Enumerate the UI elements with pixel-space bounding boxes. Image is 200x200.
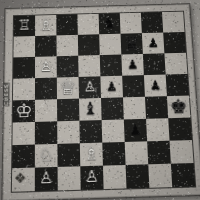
square-e3 [57, 99, 79, 122]
piece-white-rook-a1: ♖ [18, 18, 31, 32]
square-h5 [103, 165, 127, 189]
piece-white-pawn-c2: ♙ [40, 59, 52, 73]
square-b6: ♛ [121, 33, 143, 54]
square-g6 [125, 141, 149, 165]
square-h4: ♙ [80, 166, 103, 190]
board-grid: ♖♗♞♛♟♙♟♕♙♟♟♔♝♚♟♘♗❖♙♙ [11, 11, 196, 193]
piece-black-queen-b6: ♛ [123, 34, 140, 52]
board-frame: CHESS ♖♗♞♛♟♙♟♕♙♟♟♔♝♚♟♘♗❖♙♙ [1, 3, 200, 200]
piece-black-pawn-d7: ♟ [149, 78, 161, 91]
square-f6: ♟ [124, 119, 147, 142]
square-b5 [99, 34, 121, 55]
square-b1 [13, 36, 35, 57]
square-f1 [12, 122, 35, 145]
square-c3 [57, 56, 79, 78]
square-e5 [101, 97, 124, 120]
square-h6 [126, 164, 150, 188]
square-g8 [170, 140, 194, 164]
piece-white-pawn-d4: ♙ [83, 79, 96, 93]
piece-black-bishop-e4: ♝ [82, 100, 98, 117]
maker-crest-stamp: ❖ [14, 171, 26, 185]
square-h8 [171, 163, 195, 187]
square-h7 [148, 164, 172, 188]
square-g3 [57, 143, 80, 167]
chessboard: CHESS ♖♗♞♛♟♙♟♕♙♟♟♔♝♚♟♘♗❖♙♙ [1, 3, 200, 200]
square-e7 [145, 96, 168, 119]
square-d3: ♕ [57, 77, 79, 99]
square-d6 [122, 75, 145, 97]
square-f3 [57, 121, 80, 144]
square-a2: ♗ [35, 15, 56, 36]
square-g5 [102, 142, 125, 166]
square-d7: ♟ [144, 75, 167, 97]
square-a8 [162, 12, 185, 33]
square-e1: ♔ [13, 100, 35, 123]
square-f2 [35, 121, 57, 144]
square-h3 [58, 166, 81, 190]
piece-white-bishop-g4: ♗ [83, 144, 99, 162]
piece-white-pawn-h4: ♙ [85, 168, 99, 184]
square-f5 [102, 119, 125, 142]
square-g2: ♘ [35, 144, 58, 168]
piece-white-knight-g2: ♘ [38, 146, 54, 164]
piece-black-pawn-c6: ♟ [127, 57, 139, 70]
square-g1 [12, 145, 35, 169]
square-b4 [78, 34, 100, 55]
piece-white-king-e1: ♔ [15, 100, 32, 120]
square-c1 [13, 57, 35, 79]
square-e6 [123, 97, 146, 120]
square-h1: ❖ [12, 168, 35, 192]
square-a3 [56, 14, 78, 35]
square-b2 [35, 35, 57, 56]
square-e8: ♚ [167, 96, 190, 119]
square-e4: ♝ [79, 98, 102, 121]
square-d8 [166, 74, 189, 96]
square-a7 [141, 12, 163, 33]
square-c8 [164, 53, 187, 75]
square-a4 [77, 14, 99, 35]
square-b7: ♟ [142, 33, 165, 54]
piece-black-pawn-f6: ♟ [129, 122, 142, 137]
square-a5: ♞ [99, 13, 121, 34]
square-f4 [79, 120, 102, 143]
piece-black-knight-a5: ♞ [102, 15, 116, 30]
piece-black-king-e8: ♚ [169, 96, 187, 116]
square-b8 [163, 32, 186, 53]
square-c4 [78, 55, 100, 77]
square-c2: ♙ [35, 56, 57, 78]
square-f8 [168, 118, 192, 141]
piece-black-pawn-b7: ♟ [147, 36, 159, 49]
piece-white-bishop-a2: ♗ [38, 16, 53, 32]
square-g4: ♗ [80, 143, 103, 167]
piece-white-pawn-h2: ♙ [39, 170, 53, 186]
square-h2: ♙ [35, 167, 58, 191]
square-c6: ♟ [121, 54, 144, 76]
square-c5 [100, 55, 122, 77]
frame-brand-label: CHESS [4, 83, 10, 107]
piece-black-pawn-d5: ♟ [106, 79, 118, 92]
square-d1 [13, 78, 35, 100]
square-f7 [146, 118, 170, 141]
square-b3 [56, 35, 78, 56]
square-d2 [35, 78, 57, 100]
photo-of-chessboard: CHESS ♖♗♞♛♟♙♟♕♙♟♟♔♝♚♟♘♗❖♙♙ [0, 0, 200, 200]
square-d5: ♟ [100, 76, 123, 98]
piece-white-queen-d3: ♕ [59, 77, 76, 96]
square-c7 [143, 53, 166, 75]
square-a6 [120, 13, 142, 34]
square-a1: ♖ [14, 16, 35, 37]
square-e2 [35, 99, 57, 122]
square-g7 [147, 141, 171, 165]
square-d4: ♙ [79, 76, 101, 98]
